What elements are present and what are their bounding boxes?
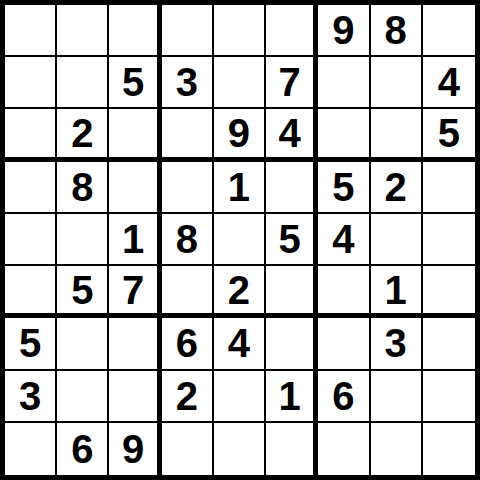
cell-r9c5[interactable] — [214, 423, 266, 475]
cell-r1c1[interactable] — [5, 5, 57, 57]
cell-r7c1[interactable]: 5 — [5, 318, 57, 370]
cell-r9c9[interactable] — [423, 423, 475, 475]
cell-r2c8[interactable] — [371, 57, 423, 109]
cell-r3c3[interactable] — [109, 109, 161, 161]
cell-r3c7[interactable] — [318, 109, 370, 161]
cell-r3c1[interactable] — [5, 109, 57, 161]
cell-r7c7[interactable] — [318, 318, 370, 370]
cell-r1c5[interactable] — [214, 5, 266, 57]
cell-r1c9[interactable] — [423, 5, 475, 57]
sudoku-board: 98537429458152185457215643321669 — [0, 0, 480, 480]
cell-r4c3[interactable] — [109, 162, 161, 214]
cell-r8c4[interactable]: 2 — [162, 371, 214, 423]
cell-r6c2[interactable]: 5 — [57, 266, 109, 318]
cell-r9c8[interactable] — [371, 423, 423, 475]
cell-r2c9[interactable]: 4 — [423, 57, 475, 109]
cell-r7c8[interactable]: 3 — [371, 318, 423, 370]
cell-r2c7[interactable] — [318, 57, 370, 109]
cell-r9c4[interactable] — [162, 423, 214, 475]
cell-r1c3[interactable] — [109, 5, 161, 57]
cell-r8c5[interactable] — [214, 371, 266, 423]
cell-r9c7[interactable] — [318, 423, 370, 475]
cell-r3c2[interactable]: 2 — [57, 109, 109, 161]
cell-r5c8[interactable] — [371, 214, 423, 266]
cell-r5c5[interactable] — [214, 214, 266, 266]
cell-r5c1[interactable] — [5, 214, 57, 266]
cell-r2c1[interactable] — [5, 57, 57, 109]
cell-r3c6[interactable]: 4 — [266, 109, 318, 161]
cell-r8c3[interactable] — [109, 371, 161, 423]
cell-r8c9[interactable] — [423, 371, 475, 423]
cell-r1c7[interactable]: 9 — [318, 5, 370, 57]
cell-r2c4[interactable]: 3 — [162, 57, 214, 109]
cell-r6c6[interactable] — [266, 266, 318, 318]
cell-r9c3[interactable]: 9 — [109, 423, 161, 475]
cell-r4c4[interactable] — [162, 162, 214, 214]
cell-r6c1[interactable] — [5, 266, 57, 318]
cell-r4c9[interactable] — [423, 162, 475, 214]
cell-r9c1[interactable] — [5, 423, 57, 475]
cell-r5c6[interactable]: 5 — [266, 214, 318, 266]
cell-r3c8[interactable] — [371, 109, 423, 161]
cell-r1c6[interactable] — [266, 5, 318, 57]
cell-r7c5[interactable]: 4 — [214, 318, 266, 370]
cell-r6c8[interactable]: 1 — [371, 266, 423, 318]
cell-r1c8[interactable]: 8 — [371, 5, 423, 57]
cell-r1c4[interactable] — [162, 5, 214, 57]
cell-r3c9[interactable]: 5 — [423, 109, 475, 161]
cell-r8c8[interactable] — [371, 371, 423, 423]
cell-r2c3[interactable]: 5 — [109, 57, 161, 109]
cell-r4c1[interactable] — [5, 162, 57, 214]
cell-r2c6[interactable]: 7 — [266, 57, 318, 109]
cell-r7c4[interactable]: 6 — [162, 318, 214, 370]
cell-r7c3[interactable] — [109, 318, 161, 370]
cell-r3c4[interactable] — [162, 109, 214, 161]
cell-r5c2[interactable] — [57, 214, 109, 266]
cell-r7c6[interactable] — [266, 318, 318, 370]
cell-r1c2[interactable] — [57, 5, 109, 57]
cell-r4c6[interactable] — [266, 162, 318, 214]
cell-r5c3[interactable]: 1 — [109, 214, 161, 266]
cell-r6c4[interactable] — [162, 266, 214, 318]
cell-r6c9[interactable] — [423, 266, 475, 318]
cell-r3c5[interactable]: 9 — [214, 109, 266, 161]
cell-r6c3[interactable]: 7 — [109, 266, 161, 318]
cell-r4c8[interactable]: 2 — [371, 162, 423, 214]
cell-r7c2[interactable] — [57, 318, 109, 370]
cell-r5c9[interactable] — [423, 214, 475, 266]
cell-r5c7[interactable]: 4 — [318, 214, 370, 266]
cell-r4c2[interactable]: 8 — [57, 162, 109, 214]
cell-r9c2[interactable]: 6 — [57, 423, 109, 475]
cell-r4c5[interactable]: 1 — [214, 162, 266, 214]
cell-r9c6[interactable] — [266, 423, 318, 475]
cell-r8c1[interactable]: 3 — [5, 371, 57, 423]
cell-r8c2[interactable] — [57, 371, 109, 423]
cell-r6c7[interactable] — [318, 266, 370, 318]
cell-r2c2[interactable] — [57, 57, 109, 109]
cell-r6c5[interactable]: 2 — [214, 266, 266, 318]
cell-r8c7[interactable]: 6 — [318, 371, 370, 423]
cell-r7c9[interactable] — [423, 318, 475, 370]
cell-r8c6[interactable]: 1 — [266, 371, 318, 423]
cell-r4c7[interactable]: 5 — [318, 162, 370, 214]
cell-r2c5[interactable] — [214, 57, 266, 109]
cell-r5c4[interactable]: 8 — [162, 214, 214, 266]
